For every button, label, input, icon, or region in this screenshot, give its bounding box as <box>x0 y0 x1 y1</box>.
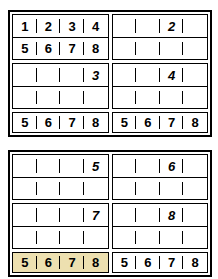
grid-cell-empty <box>113 227 137 248</box>
grid-cell: 7 <box>60 38 84 59</box>
grid-cell-empty <box>60 155 84 177</box>
worksheet-page: 1234567835678245678 575678685678 <box>0 0 218 279</box>
grid-row <box>13 226 108 248</box>
grid-cell-empty <box>13 178 37 199</box>
grid-cell-empty <box>136 204 160 226</box>
block-half-right: 245678 <box>112 14 209 133</box>
grid-cell: 7 <box>60 113 84 132</box>
grid-cell: 7 <box>160 253 184 272</box>
grid-cell-empty <box>37 87 61 108</box>
grid-cell: 2 <box>160 15 184 37</box>
row-group-3: 5678 <box>12 112 109 133</box>
grid-cell-empty <box>136 178 160 199</box>
grid-cell-empty <box>113 64 137 86</box>
grid-cell: 4 <box>84 15 108 37</box>
block-half-left: 575678 <box>12 154 109 273</box>
grid-row: 5 <box>13 155 108 177</box>
grid-cell-empty <box>60 204 84 226</box>
grid-cell-empty <box>183 227 207 248</box>
grid-cell-empty <box>113 87 137 108</box>
grid-cell-empty <box>37 204 61 226</box>
row-group-1: 2 <box>112 14 209 60</box>
grid-cell-empty <box>37 64 61 86</box>
row-group-1: 12345678 <box>12 14 109 60</box>
grid-cell-empty <box>113 178 137 199</box>
grid-cell: 5 <box>13 253 37 272</box>
grid-cell: 3 <box>84 64 108 86</box>
grid-cell: 5 <box>84 155 108 177</box>
block-half-right: 685678 <box>112 154 209 273</box>
grid-cell-empty <box>60 64 84 86</box>
grid-cell-empty <box>84 178 108 199</box>
grid-cell: 6 <box>37 253 61 272</box>
grid-cell: 6 <box>160 155 184 177</box>
grid-cell: 8 <box>84 113 108 132</box>
grid-cell-empty <box>13 64 37 86</box>
grid-cell-empty <box>136 38 160 59</box>
grid-cell: 8 <box>183 113 207 132</box>
grid-row: 5678 <box>113 253 208 272</box>
grid-cell-empty <box>160 87 184 108</box>
grid-cell-empty <box>37 227 61 248</box>
grid-cell: 8 <box>183 253 207 272</box>
grid-cell-empty <box>13 87 37 108</box>
puzzle-block-top: 1234567835678245678 <box>8 10 212 137</box>
grid-cell: 7 <box>84 204 108 226</box>
grid-row: 7 <box>13 204 108 226</box>
grid-cell-empty <box>183 38 207 59</box>
grid-row: 2 <box>113 15 208 37</box>
row-group-1: 5 <box>12 154 109 200</box>
grid-cell: 5 <box>113 113 137 132</box>
grid-row: 8 <box>113 204 208 226</box>
grid-row: 5678 <box>13 37 108 59</box>
row-group-2: 3 <box>12 63 109 109</box>
row-group-2: 7 <box>12 203 109 249</box>
grid-cell-empty <box>136 15 160 37</box>
grid-row <box>113 86 208 108</box>
grid-row: 5678 <box>13 253 108 272</box>
grid-row: 4 <box>113 64 208 86</box>
grid-cell-empty <box>13 155 37 177</box>
grid-cell-empty <box>183 64 207 86</box>
grid-cell: 6 <box>136 253 160 272</box>
grid-cell: 6 <box>136 113 160 132</box>
grid-row <box>113 226 208 248</box>
grid-cell-empty <box>13 227 37 248</box>
grid-cell-empty <box>160 178 184 199</box>
grid-cell: 5 <box>113 253 137 272</box>
block-half-left: 1234567835678 <box>12 14 109 133</box>
row-group-3-highlighted: 5678 <box>12 252 109 273</box>
grid-cell-empty <box>37 178 61 199</box>
row-group-1: 6 <box>112 154 209 200</box>
grid-cell: 1 <box>13 15 37 37</box>
grid-cell-empty <box>136 87 160 108</box>
row-group-3: 5678 <box>112 112 209 133</box>
grid-cell-empty <box>113 204 137 226</box>
grid-row <box>13 86 108 108</box>
grid-cell-empty <box>183 204 207 226</box>
grid-cell-empty <box>13 204 37 226</box>
grid-row: 1234 <box>13 15 108 37</box>
row-group-2: 4 <box>112 63 209 109</box>
grid-cell: 6 <box>37 38 61 59</box>
grid-cell-empty <box>136 227 160 248</box>
grid-cell: 7 <box>160 113 184 132</box>
grid-cell: 8 <box>84 253 108 272</box>
grid-cell: 8 <box>160 204 184 226</box>
grid-cell-empty <box>183 15 207 37</box>
grid-cell-empty <box>60 87 84 108</box>
grid-cell: 2 <box>37 15 61 37</box>
grid-cell-empty <box>183 178 207 199</box>
grid-cell: 7 <box>60 253 84 272</box>
grid-cell-empty <box>84 227 108 248</box>
grid-row: 3 <box>13 64 108 86</box>
row-group-3: 5678 <box>112 252 209 273</box>
grid-cell: 5 <box>13 38 37 59</box>
grid-row: 6 <box>113 155 208 177</box>
grid-cell-empty <box>160 227 184 248</box>
row-group-2: 8 <box>112 203 209 249</box>
puzzle-block-bottom: 575678685678 <box>8 150 212 277</box>
grid-cell-empty <box>160 38 184 59</box>
grid-cell: 5 <box>13 113 37 132</box>
grid-cell-empty <box>113 38 137 59</box>
grid-row <box>13 177 108 199</box>
grid-row <box>113 177 208 199</box>
grid-cell-empty <box>60 227 84 248</box>
grid-cell-empty <box>37 155 61 177</box>
grid-cell-empty <box>60 178 84 199</box>
grid-cell: 3 <box>60 15 84 37</box>
grid-cell: 8 <box>84 38 108 59</box>
grid-cell-empty <box>136 64 160 86</box>
grid-cell: 4 <box>160 64 184 86</box>
grid-cell-empty <box>136 155 160 177</box>
grid-cell-empty <box>113 155 137 177</box>
grid-cell-empty <box>183 87 207 108</box>
grid-cell-empty <box>113 15 137 37</box>
grid-cell: 6 <box>37 113 61 132</box>
grid-row <box>113 37 208 59</box>
grid-row: 5678 <box>13 113 108 132</box>
grid-cell-empty <box>183 155 207 177</box>
grid-cell-empty <box>84 87 108 108</box>
grid-row: 5678 <box>113 113 208 132</box>
